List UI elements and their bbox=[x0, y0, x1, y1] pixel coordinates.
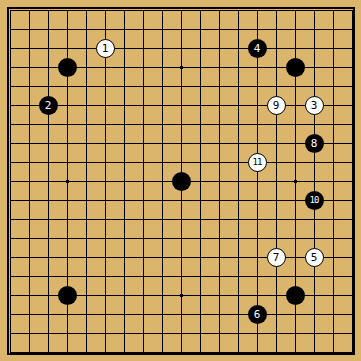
stone-black-Q4 bbox=[286, 286, 305, 305]
stone-black-move-2-C14: 2 bbox=[39, 96, 58, 115]
stone-white-move-11-O11: 11 bbox=[248, 153, 267, 172]
stone-black-move-4-O17: 4 bbox=[248, 39, 267, 58]
stone-white-move-7-P6: 7 bbox=[267, 248, 286, 267]
stone-black-D4 bbox=[58, 286, 77, 305]
star-point bbox=[66, 180, 69, 183]
stone-black-move-6-O3: 6 bbox=[248, 305, 267, 324]
grid-line-horizontal bbox=[10, 238, 353, 239]
stone-black-move-10-R9: 10 bbox=[305, 191, 324, 210]
stone-black-K10 bbox=[172, 172, 191, 191]
grid-line-horizontal bbox=[10, 200, 353, 201]
move-number-label: 11 bbox=[253, 158, 262, 167]
grid-line-vertical bbox=[352, 10, 353, 353]
move-number-label: 5 bbox=[311, 252, 318, 263]
star-point bbox=[180, 294, 183, 297]
stone-white-move-5-R6: 5 bbox=[305, 248, 324, 267]
grid-line-vertical bbox=[257, 10, 258, 353]
grid-line-horizontal bbox=[10, 352, 353, 353]
star-point bbox=[180, 66, 183, 69]
move-number-label: 8 bbox=[311, 138, 318, 149]
move-number-label: 10 bbox=[310, 196, 319, 205]
grid-line-vertical bbox=[333, 10, 334, 353]
stone-black-Q16 bbox=[286, 58, 305, 77]
stone-white-move-1-F17: 1 bbox=[96, 39, 115, 58]
move-number-label: 4 bbox=[254, 43, 261, 54]
grid-line-horizontal bbox=[10, 276, 353, 277]
grid-line-horizontal bbox=[10, 314, 353, 315]
stone-white-move-3-R14: 3 bbox=[305, 96, 324, 115]
move-number-label: 9 bbox=[273, 100, 280, 111]
go-board[interactable]: 1234567891011 bbox=[0, 0, 361, 361]
move-number-label: 1 bbox=[102, 43, 109, 54]
stone-black-move-8-R12: 8 bbox=[305, 134, 324, 153]
grid-line-vertical bbox=[276, 10, 277, 353]
move-number-label: 2 bbox=[45, 100, 52, 111]
move-number-label: 3 bbox=[311, 100, 318, 111]
grid-line-vertical bbox=[314, 10, 315, 353]
move-number-label: 7 bbox=[273, 252, 280, 263]
grid-line-horizontal bbox=[10, 257, 353, 258]
grid-line-horizontal bbox=[10, 333, 353, 334]
grid-line-vertical bbox=[200, 10, 201, 353]
grid-line-horizontal bbox=[10, 219, 353, 220]
stone-black-D16 bbox=[58, 58, 77, 77]
move-number-label: 6 bbox=[254, 309, 261, 320]
stone-white-move-9-P14: 9 bbox=[267, 96, 286, 115]
grid-line-vertical bbox=[219, 10, 220, 353]
star-point bbox=[294, 180, 297, 183]
grid-line-vertical bbox=[238, 10, 239, 353]
